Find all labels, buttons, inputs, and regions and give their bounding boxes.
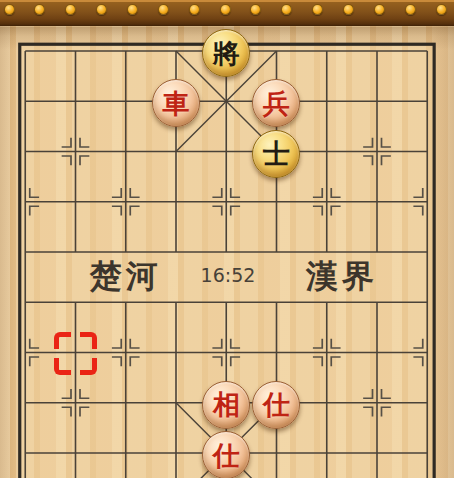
piece-character: 仕 bbox=[263, 391, 290, 418]
selection-bracket-icon bbox=[54, 332, 71, 349]
piece-red-elephant[interactable]: 相 bbox=[202, 381, 250, 429]
piece-character: 仕 bbox=[213, 442, 240, 469]
nail-stud-icon bbox=[127, 4, 138, 15]
nail-stud-icon bbox=[158, 4, 169, 15]
xiangqi-app: 楚河 16:52 漢界 將車兵士相仕仕 bbox=[0, 0, 454, 478]
selection-bracket-icon bbox=[80, 358, 97, 375]
nail-stud-icon bbox=[250, 4, 261, 15]
selection-bracket-icon bbox=[80, 332, 97, 349]
piece-red-chariot[interactable]: 車 bbox=[152, 79, 200, 127]
piece-character: 車 bbox=[162, 90, 189, 117]
piece-red-advisor[interactable]: 仕 bbox=[252, 381, 300, 429]
selection-bracket-icon bbox=[54, 358, 71, 375]
piece-character: 士 bbox=[263, 140, 290, 167]
nail-stud-icon bbox=[343, 4, 354, 15]
nail-stud-icon bbox=[34, 4, 45, 15]
nail-stud-icon bbox=[96, 4, 107, 15]
nail-stud-icon bbox=[220, 4, 231, 15]
piece-character: 相 bbox=[213, 391, 240, 418]
piece-black-advisor[interactable]: 士 bbox=[252, 130, 300, 178]
nail-stud-icon bbox=[4, 4, 15, 15]
nail-stud-icon bbox=[405, 4, 416, 15]
nail-stud-icon bbox=[312, 4, 323, 15]
nail-stud-icon bbox=[374, 4, 385, 15]
piece-red-soldier[interactable]: 兵 bbox=[252, 79, 300, 127]
nail-stud-icon bbox=[281, 4, 292, 15]
piece-character: 將 bbox=[213, 40, 240, 67]
piece-character: 兵 bbox=[263, 90, 290, 117]
piece-grid[interactable]: 將車兵士相仕仕 bbox=[0, 26, 452, 478]
nail-stud-icon bbox=[65, 4, 76, 15]
decorative-top-bar bbox=[0, 0, 454, 26]
nail-stud-icon bbox=[189, 4, 200, 15]
piece-red-advisor[interactable]: 仕 bbox=[202, 431, 250, 478]
selection-marker[interactable] bbox=[54, 332, 97, 375]
piece-black-general[interactable]: 將 bbox=[202, 29, 250, 77]
nail-stud-icon bbox=[436, 4, 447, 15]
